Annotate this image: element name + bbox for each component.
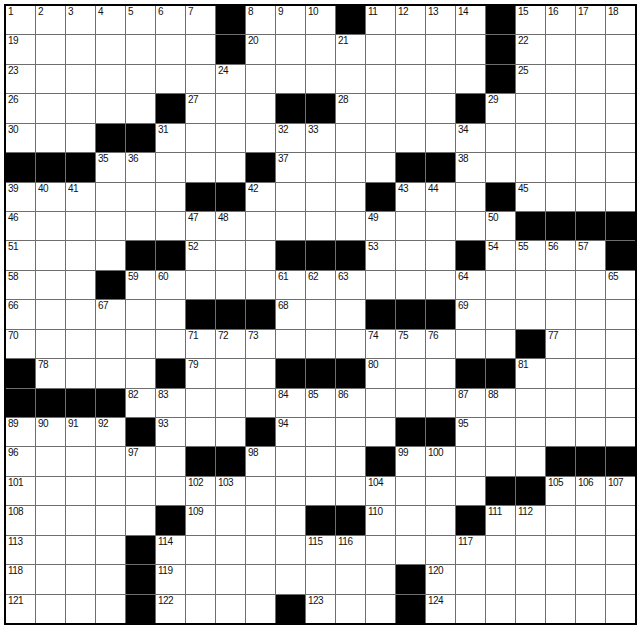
grid-cell[interactable] [246, 94, 275, 122]
grid-cell[interactable]: 28 [336, 94, 365, 122]
grid-cell[interactable] [576, 506, 605, 534]
grid-cell[interactable] [546, 124, 575, 152]
grid-cell[interactable]: 4 [96, 6, 125, 34]
grid-cell[interactable] [486, 153, 515, 181]
grid-cell[interactable] [576, 153, 605, 181]
grid-cell[interactable] [576, 565, 605, 593]
grid-cell[interactable]: 69 [456, 300, 485, 328]
grid-cell[interactable] [306, 300, 335, 328]
grid-cell[interactable] [576, 183, 605, 211]
grid-cell[interactable]: 60 [156, 271, 185, 299]
grid-cell[interactable] [66, 271, 95, 299]
grid-cell[interactable] [426, 35, 455, 63]
grid-cell[interactable] [456, 65, 485, 93]
grid-cell[interactable] [246, 389, 275, 417]
grid-cell[interactable] [516, 595, 545, 623]
grid-cell[interactable]: 58 [6, 271, 35, 299]
grid-cell[interactable] [246, 65, 275, 93]
grid-cell[interactable] [66, 359, 95, 387]
grid-cell[interactable]: 14 [456, 6, 485, 34]
grid-cell[interactable] [456, 35, 485, 63]
grid-cell[interactable] [486, 300, 515, 328]
grid-cell[interactable] [546, 65, 575, 93]
grid-cell[interactable]: 77 [546, 330, 575, 358]
grid-cell[interactable] [96, 536, 125, 564]
grid-cell[interactable]: 23 [6, 65, 35, 93]
grid-cell[interactable]: 92 [96, 418, 125, 446]
grid-cell[interactable] [66, 65, 95, 93]
grid-cell[interactable] [96, 447, 125, 475]
grid-cell[interactable] [366, 94, 395, 122]
grid-cell[interactable] [156, 212, 185, 240]
grid-cell[interactable] [396, 506, 425, 534]
grid-cell[interactable]: 42 [246, 183, 275, 211]
grid-cell[interactable] [186, 565, 215, 593]
grid-cell[interactable] [36, 595, 65, 623]
grid-cell[interactable] [36, 241, 65, 269]
grid-cell[interactable] [66, 241, 95, 269]
grid-cell[interactable] [306, 418, 335, 446]
grid-cell[interactable]: 113 [6, 536, 35, 564]
grid-cell[interactable]: 7 [186, 6, 215, 34]
grid-cell[interactable] [96, 65, 125, 93]
grid-cell[interactable] [366, 389, 395, 417]
grid-cell[interactable] [66, 447, 95, 475]
grid-cell[interactable]: 54 [486, 241, 515, 269]
grid-cell[interactable] [36, 477, 65, 505]
grid-cell[interactable] [516, 536, 545, 564]
grid-cell[interactable]: 18 [606, 6, 635, 34]
grid-cell[interactable]: 57 [576, 241, 605, 269]
grid-cell[interactable] [456, 330, 485, 358]
grid-cell[interactable] [186, 35, 215, 63]
grid-cell[interactable] [546, 35, 575, 63]
grid-cell[interactable]: 74 [366, 330, 395, 358]
grid-cell[interactable] [426, 506, 455, 534]
grid-cell[interactable] [216, 153, 245, 181]
grid-cell[interactable]: 73 [246, 330, 275, 358]
grid-cell[interactable] [576, 418, 605, 446]
grid-cell[interactable] [546, 506, 575, 534]
grid-cell[interactable] [216, 418, 245, 446]
grid-cell[interactable]: 44 [426, 183, 455, 211]
grid-cell[interactable]: 81 [516, 359, 545, 387]
grid-cell[interactable] [36, 300, 65, 328]
grid-cell[interactable] [186, 271, 215, 299]
grid-cell[interactable] [486, 447, 515, 475]
grid-cell[interactable] [576, 124, 605, 152]
grid-cell[interactable]: 45 [516, 183, 545, 211]
grid-cell[interactable] [396, 271, 425, 299]
grid-cell[interactable]: 106 [576, 477, 605, 505]
grid-cell[interactable] [396, 124, 425, 152]
grid-cell[interactable]: 118 [6, 565, 35, 593]
grid-cell[interactable] [246, 506, 275, 534]
grid-cell[interactable] [306, 35, 335, 63]
grid-cell[interactable]: 56 [546, 241, 575, 269]
grid-cell[interactable] [456, 595, 485, 623]
grid-cell[interactable] [306, 477, 335, 505]
grid-cell[interactable] [246, 536, 275, 564]
grid-cell[interactable] [36, 330, 65, 358]
grid-cell[interactable]: 71 [186, 330, 215, 358]
grid-cell[interactable] [546, 359, 575, 387]
grid-cell[interactable] [606, 595, 635, 623]
grid-cell[interactable] [606, 153, 635, 181]
grid-cell[interactable] [306, 330, 335, 358]
grid-cell[interactable]: 112 [516, 506, 545, 534]
grid-cell[interactable] [516, 300, 545, 328]
grid-cell[interactable] [606, 330, 635, 358]
grid-cell[interactable] [606, 389, 635, 417]
grid-cell[interactable]: 3 [66, 6, 95, 34]
grid-cell[interactable] [426, 65, 455, 93]
grid-cell[interactable]: 63 [336, 271, 365, 299]
grid-cell[interactable] [336, 565, 365, 593]
grid-cell[interactable] [396, 536, 425, 564]
grid-cell[interactable]: 75 [396, 330, 425, 358]
grid-cell[interactable] [396, 212, 425, 240]
grid-cell[interactable] [546, 565, 575, 593]
grid-cell[interactable] [336, 65, 365, 93]
grid-cell[interactable]: 85 [306, 389, 335, 417]
grid-cell[interactable] [126, 300, 155, 328]
grid-cell[interactable]: 86 [336, 389, 365, 417]
grid-cell[interactable]: 15 [516, 6, 545, 34]
grid-cell[interactable]: 11 [366, 6, 395, 34]
grid-cell[interactable] [156, 447, 185, 475]
grid-cell[interactable]: 41 [66, 183, 95, 211]
grid-cell[interactable]: 83 [156, 389, 185, 417]
grid-cell[interactable] [516, 418, 545, 446]
grid-cell[interactable] [246, 124, 275, 152]
grid-cell[interactable]: 50 [486, 212, 515, 240]
grid-cell[interactable] [66, 565, 95, 593]
grid-cell[interactable] [576, 300, 605, 328]
grid-cell[interactable]: 101 [6, 477, 35, 505]
grid-cell[interactable]: 34 [456, 124, 485, 152]
grid-cell[interactable] [156, 183, 185, 211]
grid-cell[interactable]: 102 [186, 477, 215, 505]
grid-cell[interactable] [336, 595, 365, 623]
grid-cell[interactable]: 16 [546, 6, 575, 34]
grid-cell[interactable] [66, 300, 95, 328]
grid-cell[interactable] [396, 241, 425, 269]
grid-cell[interactable]: 13 [426, 6, 455, 34]
grid-cell[interactable]: 76 [426, 330, 455, 358]
grid-cell[interactable] [126, 506, 155, 534]
grid-cell[interactable] [276, 447, 305, 475]
grid-cell[interactable] [576, 536, 605, 564]
grid-cell[interactable]: 6 [156, 6, 185, 34]
grid-cell[interactable] [246, 359, 275, 387]
grid-cell[interactable] [456, 447, 485, 475]
grid-cell[interactable]: 33 [306, 124, 335, 152]
grid-cell[interactable] [126, 183, 155, 211]
grid-cell[interactable]: 93 [156, 418, 185, 446]
grid-cell[interactable] [216, 565, 245, 593]
grid-cell[interactable] [216, 94, 245, 122]
grid-cell[interactable] [426, 536, 455, 564]
grid-cell[interactable]: 12 [396, 6, 425, 34]
grid-cell[interactable] [546, 389, 575, 417]
grid-cell[interactable] [96, 359, 125, 387]
grid-cell[interactable] [276, 477, 305, 505]
grid-cell[interactable] [606, 565, 635, 593]
grid-cell[interactable]: 116 [336, 536, 365, 564]
grid-cell[interactable] [426, 271, 455, 299]
grid-cell[interactable] [186, 124, 215, 152]
grid-cell[interactable]: 120 [426, 565, 455, 593]
grid-cell[interactable]: 89 [6, 418, 35, 446]
grid-cell[interactable] [396, 477, 425, 505]
grid-cell[interactable] [486, 124, 515, 152]
grid-cell[interactable] [66, 212, 95, 240]
grid-cell[interactable] [36, 565, 65, 593]
grid-cell[interactable]: 32 [276, 124, 305, 152]
grid-cell[interactable] [276, 35, 305, 63]
grid-cell[interactable]: 35 [96, 153, 125, 181]
grid-cell[interactable]: 55 [516, 241, 545, 269]
grid-cell[interactable] [216, 359, 245, 387]
grid-cell[interactable]: 37 [276, 153, 305, 181]
grid-cell[interactable]: 61 [276, 271, 305, 299]
grid-cell[interactable]: 70 [6, 330, 35, 358]
grid-cell[interactable]: 51 [6, 241, 35, 269]
grid-cell[interactable]: 105 [546, 477, 575, 505]
grid-cell[interactable] [396, 94, 425, 122]
grid-cell[interactable] [426, 94, 455, 122]
grid-cell[interactable]: 40 [36, 183, 65, 211]
grid-cell[interactable] [606, 124, 635, 152]
grid-cell[interactable] [186, 418, 215, 446]
grid-cell[interactable] [216, 536, 245, 564]
grid-cell[interactable] [216, 124, 245, 152]
grid-cell[interactable] [306, 183, 335, 211]
grid-cell[interactable]: 10 [306, 6, 335, 34]
grid-cell[interactable] [126, 212, 155, 240]
grid-cell[interactable] [606, 94, 635, 122]
grid-cell[interactable]: 110 [366, 506, 395, 534]
grid-cell[interactable] [336, 418, 365, 446]
grid-cell[interactable] [276, 183, 305, 211]
grid-cell[interactable] [366, 271, 395, 299]
grid-cell[interactable]: 36 [126, 153, 155, 181]
grid-cell[interactable]: 48 [216, 212, 245, 240]
grid-cell[interactable]: 1 [6, 6, 35, 34]
grid-cell[interactable] [156, 300, 185, 328]
grid-cell[interactable] [516, 271, 545, 299]
grid-cell[interactable]: 31 [156, 124, 185, 152]
grid-cell[interactable] [426, 241, 455, 269]
grid-cell[interactable]: 107 [606, 477, 635, 505]
grid-cell[interactable] [486, 565, 515, 593]
grid-cell[interactable] [606, 359, 635, 387]
grid-cell[interactable] [36, 124, 65, 152]
grid-cell[interactable] [426, 212, 455, 240]
grid-cell[interactable] [66, 595, 95, 623]
grid-cell[interactable] [186, 65, 215, 93]
grid-cell[interactable] [276, 330, 305, 358]
grid-cell[interactable] [306, 65, 335, 93]
grid-cell[interactable] [366, 65, 395, 93]
grid-cell[interactable] [336, 447, 365, 475]
grid-cell[interactable]: 94 [276, 418, 305, 446]
grid-cell[interactable] [126, 35, 155, 63]
grid-cell[interactable]: 104 [366, 477, 395, 505]
grid-cell[interactable] [516, 153, 545, 181]
grid-cell[interactable]: 111 [486, 506, 515, 534]
grid-cell[interactable] [306, 212, 335, 240]
grid-cell[interactable] [486, 595, 515, 623]
grid-cell[interactable]: 123 [306, 595, 335, 623]
grid-cell[interactable]: 67 [96, 300, 125, 328]
grid-cell[interactable] [36, 447, 65, 475]
grid-cell[interactable] [366, 536, 395, 564]
grid-cell[interactable]: 46 [6, 212, 35, 240]
grid-cell[interactable]: 96 [6, 447, 35, 475]
grid-cell[interactable] [156, 477, 185, 505]
grid-cell[interactable]: 114 [156, 536, 185, 564]
grid-cell[interactable] [546, 595, 575, 623]
grid-cell[interactable] [606, 65, 635, 93]
grid-cell[interactable]: 8 [246, 6, 275, 34]
grid-cell[interactable] [576, 94, 605, 122]
grid-cell[interactable] [246, 241, 275, 269]
grid-cell[interactable]: 21 [336, 35, 365, 63]
grid-cell[interactable] [576, 595, 605, 623]
grid-cell[interactable] [156, 65, 185, 93]
grid-cell[interactable]: 122 [156, 595, 185, 623]
grid-cell[interactable]: 2 [36, 6, 65, 34]
grid-cell[interactable] [516, 124, 545, 152]
grid-cell[interactable]: 87 [456, 389, 485, 417]
grid-cell[interactable] [216, 389, 245, 417]
grid-cell[interactable] [396, 359, 425, 387]
grid-cell[interactable] [96, 506, 125, 534]
grid-cell[interactable] [186, 536, 215, 564]
grid-cell[interactable] [126, 94, 155, 122]
grid-cell[interactable] [366, 124, 395, 152]
grid-cell[interactable] [366, 418, 395, 446]
grid-cell[interactable] [516, 389, 545, 417]
grid-cell[interactable]: 38 [456, 153, 485, 181]
grid-cell[interactable] [606, 536, 635, 564]
grid-cell[interactable] [246, 565, 275, 593]
grid-cell[interactable]: 43 [396, 183, 425, 211]
grid-cell[interactable] [336, 153, 365, 181]
grid-cell[interactable] [546, 536, 575, 564]
grid-cell[interactable] [546, 418, 575, 446]
grid-cell[interactable] [276, 565, 305, 593]
grid-cell[interactable] [366, 35, 395, 63]
grid-cell[interactable] [96, 212, 125, 240]
grid-cell[interactable]: 99 [396, 447, 425, 475]
grid-cell[interactable] [126, 359, 155, 387]
grid-cell[interactable] [516, 447, 545, 475]
grid-cell[interactable]: 26 [6, 94, 35, 122]
grid-cell[interactable]: 65 [606, 271, 635, 299]
grid-cell[interactable]: 66 [6, 300, 35, 328]
grid-cell[interactable] [156, 35, 185, 63]
grid-cell[interactable] [36, 506, 65, 534]
grid-cell[interactable]: 117 [456, 536, 485, 564]
grid-cell[interactable]: 84 [276, 389, 305, 417]
grid-cell[interactable] [66, 124, 95, 152]
grid-cell[interactable] [576, 65, 605, 93]
grid-cell[interactable] [576, 389, 605, 417]
grid-cell[interactable] [336, 124, 365, 152]
grid-cell[interactable] [216, 506, 245, 534]
grid-cell[interactable] [36, 212, 65, 240]
grid-cell[interactable] [516, 94, 545, 122]
grid-cell[interactable] [576, 271, 605, 299]
grid-cell[interactable] [306, 565, 335, 593]
grid-cell[interactable] [156, 330, 185, 358]
grid-cell[interactable] [96, 565, 125, 593]
grid-cell[interactable]: 109 [186, 506, 215, 534]
grid-cell[interactable]: 20 [246, 35, 275, 63]
grid-cell[interactable] [336, 330, 365, 358]
grid-cell[interactable] [396, 65, 425, 93]
grid-cell[interactable] [66, 536, 95, 564]
grid-cell[interactable] [426, 477, 455, 505]
grid-cell[interactable] [306, 153, 335, 181]
grid-cell[interactable] [456, 212, 485, 240]
grid-cell[interactable] [66, 477, 95, 505]
grid-cell[interactable] [606, 506, 635, 534]
grid-cell[interactable] [546, 183, 575, 211]
grid-cell[interactable]: 103 [216, 477, 245, 505]
grid-cell[interactable] [456, 183, 485, 211]
grid-cell[interactable] [246, 271, 275, 299]
grid-cell[interactable]: 91 [66, 418, 95, 446]
grid-cell[interactable] [66, 506, 95, 534]
grid-cell[interactable]: 5 [126, 6, 155, 34]
grid-cell[interactable] [276, 212, 305, 240]
grid-cell[interactable] [546, 271, 575, 299]
grid-cell[interactable] [486, 271, 515, 299]
grid-cell[interactable] [456, 565, 485, 593]
grid-cell[interactable] [96, 330, 125, 358]
grid-cell[interactable] [396, 389, 425, 417]
grid-cell[interactable]: 27 [186, 94, 215, 122]
grid-cell[interactable] [336, 212, 365, 240]
grid-cell[interactable]: 24 [216, 65, 245, 93]
grid-cell[interactable] [576, 359, 605, 387]
grid-cell[interactable]: 53 [366, 241, 395, 269]
grid-cell[interactable]: 90 [36, 418, 65, 446]
grid-cell[interactable] [126, 65, 155, 93]
grid-cell[interactable]: 108 [6, 506, 35, 534]
grid-cell[interactable] [156, 153, 185, 181]
grid-cell[interactable] [36, 271, 65, 299]
grid-cell[interactable] [546, 300, 575, 328]
grid-cell[interactable] [426, 389, 455, 417]
grid-cell[interactable] [336, 183, 365, 211]
grid-cell[interactable] [606, 35, 635, 63]
grid-cell[interactable]: 95 [456, 418, 485, 446]
grid-cell[interactable]: 64 [456, 271, 485, 299]
grid-cell[interactable] [486, 536, 515, 564]
grid-cell[interactable]: 9 [276, 6, 305, 34]
grid-cell[interactable] [246, 477, 275, 505]
grid-cell[interactable] [306, 447, 335, 475]
grid-cell[interactable]: 52 [186, 241, 215, 269]
grid-cell[interactable] [36, 536, 65, 564]
grid-cell[interactable] [36, 65, 65, 93]
grid-cell[interactable]: 19 [6, 35, 35, 63]
